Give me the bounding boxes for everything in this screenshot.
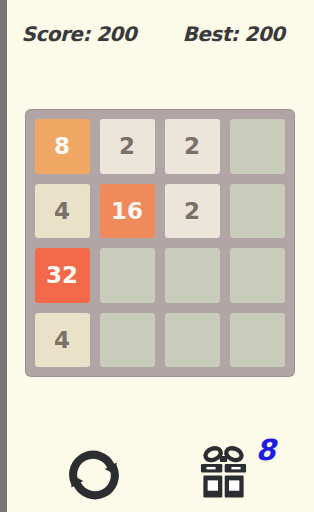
score-display: Score:200 <box>22 23 137 45</box>
empty-cell <box>230 313 285 368</box>
tile-32: 32 <box>35 248 90 303</box>
empty-cell <box>165 248 220 303</box>
tile-4: 4 <box>35 184 90 239</box>
gift-icon <box>193 443 254 508</box>
game-board[interactable]: 8224162324 <box>25 109 295 377</box>
best-value: 200 <box>244 22 284 46</box>
empty-cell <box>100 313 155 368</box>
tile-2: 2 <box>100 119 155 174</box>
tile-4: 4 <box>35 313 90 368</box>
empty-cell <box>230 119 285 174</box>
tile-2: 2 <box>165 184 220 239</box>
score-label: Score: <box>22 22 90 46</box>
tile-8: 8 <box>35 119 90 174</box>
empty-cell <box>230 184 285 239</box>
restart-button[interactable] <box>63 442 125 508</box>
gift-button[interactable] <box>193 443 254 508</box>
empty-cell <box>100 248 155 303</box>
game-screen: Score:200 Best:200 8224162324 <box>7 0 314 512</box>
restart-icon <box>63 442 125 508</box>
gift-count-badge: 8 <box>256 436 276 465</box>
tile-16: 16 <box>100 184 155 239</box>
empty-cell <box>165 313 220 368</box>
tile-2: 2 <box>165 119 220 174</box>
score-header: Score:200 Best:200 <box>22 23 285 45</box>
best-label: Best: <box>182 22 238 46</box>
best-display: Best:200 <box>182 23 284 45</box>
empty-cell <box>230 248 285 303</box>
score-value: 200 <box>96 22 136 46</box>
